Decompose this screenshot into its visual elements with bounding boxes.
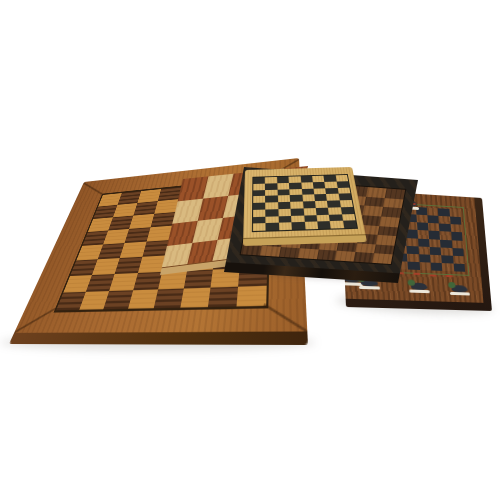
board-surface: [243, 167, 365, 239]
dark-square: [241, 245, 262, 256]
dark-square: [408, 261, 420, 270]
light-square: [253, 223, 266, 231]
dark-square: [184, 270, 213, 289]
light-square: [442, 263, 454, 271]
light-square: [335, 251, 355, 262]
mitre-joint-line: [83, 182, 103, 194]
dark-square: [453, 263, 465, 271]
red-paint-mark: [413, 273, 420, 276]
mitre-joint-line: [13, 308, 55, 334]
light-square: [180, 288, 210, 308]
dark-square: [431, 262, 443, 270]
light-square: [304, 222, 318, 230]
duck-water-bar: [409, 290, 430, 294]
board-edge: [9, 331, 308, 344]
duck-head: [448, 282, 455, 288]
dark-square: [154, 289, 184, 309]
dark-square: [208, 287, 238, 307]
light-square: [298, 249, 319, 260]
light-square: [260, 246, 281, 257]
duck-water-bar: [450, 292, 470, 296]
dark-square: [279, 247, 300, 258]
photo-scene: [0, 0, 500, 500]
red-paint-mark: [430, 274, 437, 277]
light-square: [279, 223, 292, 231]
dark-square: [317, 221, 331, 229]
dark-square: [343, 221, 357, 229]
duck-head: [408, 279, 416, 285]
duck-decoy: [448, 281, 471, 297]
dark-square: [354, 252, 374, 263]
light-square: [237, 286, 267, 307]
checker-grid: [252, 174, 358, 232]
board-bamboo-black: [243, 167, 367, 246]
red-paint-mark: [446, 275, 453, 278]
dark-square: [316, 250, 337, 261]
duck-water-bar: [359, 286, 380, 290]
dark-square: [292, 222, 305, 230]
mitre-joint-line: [264, 303, 308, 333]
light-square: [372, 254, 392, 264]
light-square: [419, 262, 431, 270]
duck-decoy: [407, 278, 430, 294]
light-square: [330, 221, 344, 229]
dark-square: [266, 223, 279, 231]
